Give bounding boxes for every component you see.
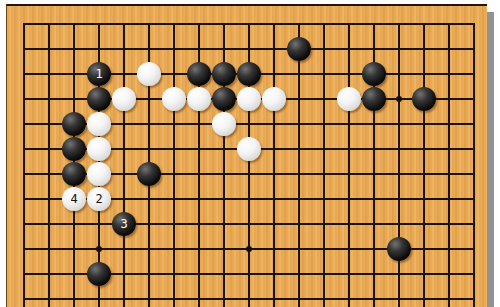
stone-black-R16[interactable]: [412, 87, 436, 111]
stone-white-D14[interactable]: [87, 137, 111, 161]
stone-black-C15[interactable]: [62, 112, 86, 136]
star-point: [396, 96, 402, 102]
stone-black-M18[interactable]: [287, 37, 311, 61]
stone-white-C12[interactable]: 4: [62, 187, 86, 211]
grid-line-vertical: [48, 23, 50, 307]
stone-white-J15[interactable]: [212, 112, 236, 136]
star-point: [96, 246, 102, 252]
stone-black-P17[interactable]: [362, 62, 386, 86]
stone-black-C14[interactable]: [62, 137, 86, 161]
stone-black-Q10[interactable]: [387, 237, 411, 261]
stone-white-D12[interactable]: 2: [87, 187, 111, 211]
stone-white-L16[interactable]: [262, 87, 286, 111]
move-number-label: 3: [120, 212, 127, 236]
stone-black-D17[interactable]: 1: [87, 62, 111, 86]
screen: 1423: [0, 0, 500, 307]
move-number-label: 1: [95, 62, 102, 86]
stone-white-D13[interactable]: [87, 162, 111, 186]
stone-black-K17[interactable]: [237, 62, 261, 86]
stone-black-E11[interactable]: 3: [112, 212, 136, 236]
grid-line-vertical: [173, 23, 175, 307]
stone-black-J16[interactable]: [212, 87, 236, 111]
go-board[interactable]: 1423: [6, 4, 487, 307]
grid-line-vertical: [473, 23, 475, 307]
grid-line-vertical: [323, 23, 325, 307]
grid-line-vertical: [448, 23, 450, 307]
move-number-label: 2: [95, 187, 102, 211]
grid-line-vertical: [298, 23, 300, 307]
stone-white-E16[interactable]: [112, 87, 136, 111]
grid-line-vertical: [23, 23, 25, 307]
star-point: [246, 246, 252, 252]
stone-black-F13[interactable]: [137, 162, 161, 186]
grid-line-vertical: [273, 23, 275, 307]
stone-black-D9[interactable]: [87, 262, 111, 286]
stone-black-H17[interactable]: [187, 62, 211, 86]
stone-black-J17[interactable]: [212, 62, 236, 86]
stone-black-P16[interactable]: [362, 87, 386, 111]
stone-white-F17[interactable]: [137, 62, 161, 86]
grid-line-vertical: [123, 23, 125, 307]
stone-black-D16[interactable]: [87, 87, 111, 111]
grid-line-vertical: [423, 23, 425, 307]
stone-white-K14[interactable]: [237, 137, 261, 161]
stone-white-O16[interactable]: [337, 87, 361, 111]
stone-white-D15[interactable]: [87, 112, 111, 136]
board-right-shadow: [487, 12, 494, 307]
stone-white-K16[interactable]: [237, 87, 261, 111]
stone-white-H16[interactable]: [187, 87, 211, 111]
grid-line-vertical: [348, 23, 350, 307]
stone-white-G16[interactable]: [162, 87, 186, 111]
stone-black-C13[interactable]: [62, 162, 86, 186]
move-number-label: 4: [70, 187, 77, 211]
grid-line-vertical: [398, 23, 400, 307]
